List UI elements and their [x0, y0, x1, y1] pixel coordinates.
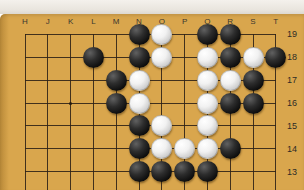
row-label: 15 [284, 121, 300, 131]
column-label: T [270, 17, 282, 27]
black-stone[interactable] [220, 24, 241, 45]
black-stone[interactable] [174, 161, 195, 182]
black-stone[interactable] [243, 93, 264, 114]
black-stone[interactable] [106, 93, 127, 114]
column-label: K [65, 17, 77, 27]
white-stone[interactable] [197, 47, 218, 68]
column-label: L [87, 17, 99, 27]
column-label: J [42, 17, 54, 27]
star-point [69, 102, 72, 105]
black-stone[interactable] [129, 47, 150, 68]
column-label: M [110, 17, 122, 27]
column-label: S [247, 17, 259, 27]
white-stone[interactable] [197, 138, 218, 159]
white-stone[interactable] [129, 93, 150, 114]
black-stone[interactable] [129, 161, 150, 182]
black-stone[interactable] [129, 115, 150, 136]
black-stone[interactable] [220, 138, 241, 159]
black-stone[interactable] [197, 24, 218, 45]
white-stone[interactable] [151, 115, 172, 136]
column-label: P [179, 17, 191, 27]
white-stone[interactable] [197, 115, 218, 136]
black-stone[interactable] [129, 138, 150, 159]
black-stone[interactable] [197, 161, 218, 182]
black-stone[interactable] [83, 47, 104, 68]
white-stone[interactable] [243, 47, 264, 68]
black-stone[interactable] [129, 24, 150, 45]
white-stone[interactable] [151, 138, 172, 159]
row-label: 14 [284, 144, 300, 154]
white-stone[interactable] [197, 93, 218, 114]
row-label: 18 [284, 52, 300, 62]
black-stone[interactable] [243, 70, 264, 91]
white-stone[interactable] [151, 47, 172, 68]
black-stone[interactable] [265, 47, 286, 68]
row-label: 17 [284, 75, 300, 85]
black-stone[interactable] [106, 70, 127, 91]
app-background-strip [0, 0, 304, 14]
white-stone[interactable] [197, 70, 218, 91]
go-board[interactable]: HJKLMNOPQRST19181716151413 [0, 14, 304, 190]
row-label: 16 [284, 98, 300, 108]
column-label: H [19, 17, 31, 27]
white-stone[interactable] [129, 70, 150, 91]
white-stone[interactable] [220, 70, 241, 91]
white-stone[interactable] [174, 138, 195, 159]
screenshot-root: HJKLMNOPQRST19181716151413 [0, 0, 304, 190]
white-stone[interactable] [151, 24, 172, 45]
row-label: 13 [284, 167, 300, 177]
black-stone[interactable] [220, 93, 241, 114]
row-label: 19 [284, 29, 300, 39]
black-stone[interactable] [220, 47, 241, 68]
black-stone[interactable] [151, 161, 172, 182]
